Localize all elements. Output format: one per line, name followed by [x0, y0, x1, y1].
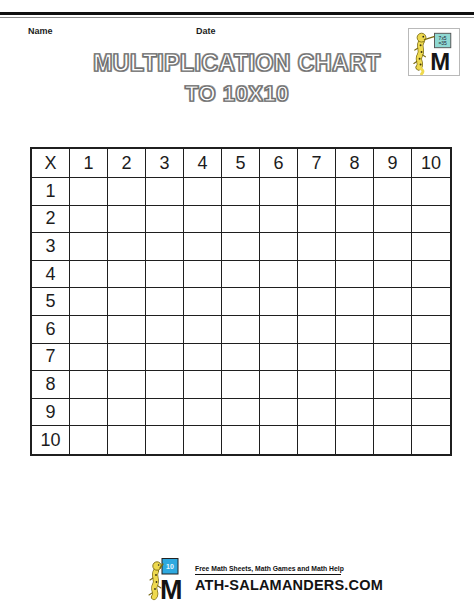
- footer-board-text: 10: [166, 563, 174, 570]
- answer-cell-8x4[interactable]: [184, 371, 222, 399]
- answer-cell-7x4[interactable]: [184, 344, 222, 372]
- page-subtitle: TO 10X10: [0, 81, 474, 107]
- answer-cell-6x8[interactable]: [336, 316, 374, 344]
- footer-text-block: Free Math Sheets, Math Games and Math He…: [195, 565, 343, 592]
- answer-cell-2x3[interactable]: [146, 206, 184, 234]
- answer-cell-3x7[interactable]: [298, 233, 336, 261]
- answer-cell-10x8[interactable]: [336, 426, 374, 454]
- answer-cell-8x9[interactable]: [374, 371, 412, 399]
- answer-cell-4x4[interactable]: [184, 261, 222, 289]
- row-header-10: 10: [32, 426, 70, 454]
- col-header-2: 2: [108, 149, 146, 178]
- answer-cell-8x10[interactable]: [412, 371, 450, 399]
- answer-cell-4x10[interactable]: [412, 261, 450, 289]
- answer-cell-5x6[interactable]: [260, 288, 298, 316]
- answer-cell-8x6[interactable]: [260, 371, 298, 399]
- answer-cell-9x10[interactable]: [412, 399, 450, 427]
- answer-cell-4x1[interactable]: [70, 261, 108, 289]
- col-header-10: 10: [412, 149, 450, 178]
- answer-cell-10x3[interactable]: [146, 426, 184, 454]
- col-header-3: 3: [146, 149, 184, 178]
- answer-cell-1x2[interactable]: [108, 178, 146, 206]
- answer-cell-5x9[interactable]: [374, 288, 412, 316]
- answer-cell-8x5[interactable]: [222, 371, 260, 399]
- answer-cell-3x10[interactable]: [412, 233, 450, 261]
- answer-cell-7x10[interactable]: [412, 344, 450, 372]
- footer-salamander-eye: [158, 564, 160, 566]
- salamander-head: [417, 33, 426, 42]
- answer-cell-9x3[interactable]: [146, 399, 184, 427]
- date-label: Date: [196, 26, 216, 36]
- col-header-7: 7: [298, 149, 336, 178]
- answer-cell-5x2[interactable]: [108, 288, 146, 316]
- answer-cell-6x5[interactable]: [222, 316, 260, 344]
- answer-cell-1x6[interactable]: [260, 178, 298, 206]
- answer-cell-10x6[interactable]: [260, 426, 298, 454]
- worksheet-page: Name Date 7x5 =35 M MULTIPLICATION CHART…: [0, 0, 474, 613]
- top-rule-thick: [0, 12, 474, 15]
- grid-corner-x: X: [32, 149, 70, 178]
- salamander-eye: [422, 36, 424, 38]
- answer-cell-3x8[interactable]: [336, 233, 374, 261]
- answer-cell-2x6[interactable]: [260, 206, 298, 234]
- answer-cell-9x2[interactable]: [108, 399, 146, 427]
- answer-cell-10x1[interactable]: [70, 426, 108, 454]
- answer-cell-9x9[interactable]: [374, 399, 412, 427]
- answer-cell-7x2[interactable]: [108, 344, 146, 372]
- answer-cell-6x4[interactable]: [184, 316, 222, 344]
- answer-cell-9x7[interactable]: [298, 399, 336, 427]
- answer-cell-9x6[interactable]: [260, 399, 298, 427]
- answer-cell-1x9[interactable]: [374, 178, 412, 206]
- answer-cell-10x4[interactable]: [184, 426, 222, 454]
- answer-cell-2x4[interactable]: [184, 206, 222, 234]
- footer-salamander-logo-icon: 10 M: [148, 557, 196, 603]
- row-header-9: 9: [32, 399, 70, 427]
- answer-cell-6x10[interactable]: [412, 316, 450, 344]
- col-header-4: 4: [184, 149, 222, 178]
- answer-cell-7x1[interactable]: [70, 344, 108, 372]
- row-header-6: 6: [32, 316, 70, 344]
- answer-cell-8x8[interactable]: [336, 371, 374, 399]
- answer-cell-5x1[interactable]: [70, 288, 108, 316]
- answer-cell-2x5[interactable]: [222, 206, 260, 234]
- answer-cell-4x3[interactable]: [146, 261, 184, 289]
- answer-cell-4x7[interactable]: [298, 261, 336, 289]
- row-header-1: 1: [32, 178, 70, 206]
- answer-cell-7x9[interactable]: [374, 344, 412, 372]
- footer-monogram-m: M: [160, 575, 183, 603]
- answer-cell-10x7[interactable]: [298, 426, 336, 454]
- answer-cell-2x1[interactable]: [70, 206, 108, 234]
- col-header-6: 6: [260, 149, 298, 178]
- answer-cell-3x3[interactable]: [146, 233, 184, 261]
- answer-cell-1x7[interactable]: [298, 178, 336, 206]
- answer-cell-8x7[interactable]: [298, 371, 336, 399]
- answer-cell-1x1[interactable]: [70, 178, 108, 206]
- answer-cell-2x9[interactable]: [374, 206, 412, 234]
- row-header-3: 3: [32, 233, 70, 261]
- answer-cell-1x5[interactable]: [222, 178, 260, 206]
- page-title: MULTIPLICATION CHART: [0, 50, 474, 77]
- name-label: Name: [28, 26, 53, 36]
- answer-cell-2x10[interactable]: [412, 206, 450, 234]
- col-header-5: 5: [222, 149, 260, 178]
- answer-cell-4x2[interactable]: [108, 261, 146, 289]
- answer-cell-8x1[interactable]: [70, 371, 108, 399]
- answer-cell-10x9[interactable]: [374, 426, 412, 454]
- answer-cell-6x9[interactable]: [374, 316, 412, 344]
- answer-cell-7x6[interactable]: [260, 344, 298, 372]
- answer-cell-5x7[interactable]: [298, 288, 336, 316]
- footer-rule: [195, 574, 341, 575]
- col-header-1: 1: [70, 149, 108, 178]
- answer-cell-2x8[interactable]: [336, 206, 374, 234]
- row-header-4: 4: [32, 261, 70, 289]
- answer-cell-7x3[interactable]: [146, 344, 184, 372]
- answer-cell-1x10[interactable]: [412, 178, 450, 206]
- answer-cell-4x8[interactable]: [336, 261, 374, 289]
- answer-cell-5x8[interactable]: [336, 288, 374, 316]
- answer-cell-6x3[interactable]: [146, 316, 184, 344]
- answer-cell-2x2[interactable]: [108, 206, 146, 234]
- answer-cell-4x5[interactable]: [222, 261, 260, 289]
- answer-cell-4x6[interactable]: [260, 261, 298, 289]
- answer-cell-8x3[interactable]: [146, 371, 184, 399]
- answer-cell-10x5[interactable]: [222, 426, 260, 454]
- answer-cell-6x6[interactable]: [260, 316, 298, 344]
- row-header-8: 8: [32, 371, 70, 399]
- answer-cell-10x2[interactable]: [108, 426, 146, 454]
- row-header-7: 7: [32, 344, 70, 372]
- answer-cell-1x8[interactable]: [336, 178, 374, 206]
- answer-cell-9x8[interactable]: [336, 399, 374, 427]
- answer-cell-4x9[interactable]: [374, 261, 412, 289]
- answer-cell-3x4[interactable]: [184, 233, 222, 261]
- answer-cell-7x7[interactable]: [298, 344, 336, 372]
- answer-cell-9x1[interactable]: [70, 399, 108, 427]
- answer-cell-6x1[interactable]: [70, 316, 108, 344]
- answer-cell-7x5[interactable]: [222, 344, 260, 372]
- answer-cell-6x2[interactable]: [108, 316, 146, 344]
- answer-cell-5x5[interactable]: [222, 288, 260, 316]
- answer-cell-5x4[interactable]: [184, 288, 222, 316]
- answer-cell-5x3[interactable]: [146, 288, 184, 316]
- answer-cell-3x2[interactable]: [108, 233, 146, 261]
- answer-cell-1x4[interactable]: [184, 178, 222, 206]
- answer-cell-9x4[interactable]: [184, 399, 222, 427]
- answer-cell-10x10[interactable]: [412, 426, 450, 454]
- footer-tagline: Free Math Sheets, Math Games and Math He…: [195, 565, 343, 572]
- board-text-line2: =35: [438, 40, 447, 46]
- answer-cell-3x6[interactable]: [260, 233, 298, 261]
- col-header-8: 8: [336, 149, 374, 178]
- row-header-5: 5: [32, 288, 70, 316]
- footer-wordmark: ATH-SALAMANDERS.COM: [195, 576, 343, 593]
- multiplication-grid: X1234567891012345678910: [30, 147, 452, 456]
- answer-cell-3x5[interactable]: [222, 233, 260, 261]
- top-rule-thin: [0, 17, 474, 18]
- answer-cell-9x5[interactable]: [222, 399, 260, 427]
- col-header-9: 9: [374, 149, 412, 178]
- answer-cell-5x10[interactable]: [412, 288, 450, 316]
- footer-salamander-head: [153, 562, 161, 570]
- answer-cell-6x7[interactable]: [298, 316, 336, 344]
- answer-cell-2x7[interactable]: [298, 206, 336, 234]
- answer-cell-8x2[interactable]: [108, 371, 146, 399]
- answer-cell-1x3[interactable]: [146, 178, 184, 206]
- footer: 10 M Free Math Sheets, Math Games and Ma…: [148, 557, 348, 605]
- answer-cell-7x8[interactable]: [336, 344, 374, 372]
- answer-cell-3x1[interactable]: [70, 233, 108, 261]
- answer-cell-3x9[interactable]: [374, 233, 412, 261]
- row-header-2: 2: [32, 206, 70, 234]
